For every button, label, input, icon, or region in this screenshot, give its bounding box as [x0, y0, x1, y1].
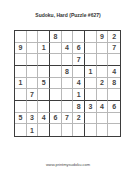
cell-r7c2 [27, 101, 39, 113]
cell-r2c9: 7 [108, 43, 120, 55]
cell-r5c1: 1 [15, 78, 27, 90]
cell-r3c8 [97, 54, 109, 66]
cell-r1c9: 2 [108, 31, 120, 43]
cell-r2c1: 9 [15, 43, 27, 55]
cell-r5c4 [50, 78, 62, 90]
cell-r2c8 [97, 43, 109, 55]
cell-r7c7: 3 [85, 101, 97, 113]
cell-r5c5 [62, 78, 74, 90]
cell-r8c4: 6 [50, 113, 62, 125]
cell-r5c8: 2 [97, 78, 109, 90]
cell-r9c2: 1 [27, 124, 39, 136]
cell-r5c9: 8 [108, 78, 120, 90]
cell-r2c5: 4 [62, 43, 74, 55]
cell-r6c7 [85, 89, 97, 101]
cell-r1c4: 8 [50, 31, 62, 43]
cell-r6c2: 7 [27, 89, 39, 101]
cell-r1c7 [85, 31, 97, 43]
cell-r9c6 [73, 124, 85, 136]
footer-url: www.printmysudoku.com [0, 162, 136, 167]
cell-r2c2 [27, 43, 39, 55]
cell-r5c6: 4 [73, 78, 85, 90]
cell-r6c5 [62, 89, 74, 101]
cell-r8c5: 7 [62, 113, 74, 125]
cell-r3c4 [50, 54, 62, 66]
cell-r4c8 [97, 66, 109, 78]
cell-r1c2 [27, 31, 39, 43]
cell-r1c5 [62, 31, 74, 43]
sudoku-grid: 892914677814154287183465346721 [14, 30, 121, 137]
cell-r9c1 [15, 124, 27, 136]
cell-r4c1 [15, 66, 27, 78]
cell-r8c7 [85, 113, 97, 125]
cell-r4c7: 1 [85, 66, 97, 78]
cell-r8c6: 2 [73, 113, 85, 125]
cell-r8c3: 4 [38, 113, 50, 125]
cell-r8c1: 5 [15, 113, 27, 125]
sudoku-page: Sudoku, Hard (Puzzle #627) 8929146778141… [0, 0, 136, 176]
cell-r6c6: 1 [73, 89, 85, 101]
cell-r9c8 [97, 124, 109, 136]
cell-r6c3 [38, 89, 50, 101]
cell-r7c4 [50, 101, 62, 113]
cell-r1c6 [73, 31, 85, 43]
cell-r1c8: 9 [97, 31, 109, 43]
cell-r4c2 [27, 66, 39, 78]
cell-r9c5 [62, 124, 74, 136]
cell-r7c6: 8 [73, 101, 85, 113]
cell-r3c7 [85, 54, 97, 66]
cell-r8c9 [108, 113, 120, 125]
cell-r6c4 [50, 89, 62, 101]
cell-r9c7 [85, 124, 97, 136]
cell-r9c9 [108, 124, 120, 136]
cell-r3c2 [27, 54, 39, 66]
cell-r6c8 [97, 89, 109, 101]
cell-r3c3 [38, 54, 50, 66]
cell-r3c1 [15, 54, 27, 66]
cell-r7c1 [15, 101, 27, 113]
cell-r9c4 [50, 124, 62, 136]
cell-r4c4 [50, 66, 62, 78]
cell-r7c3 [38, 101, 50, 113]
cell-r5c2 [27, 78, 39, 90]
cell-r2c6: 6 [73, 43, 85, 55]
cell-r3c9 [108, 54, 120, 66]
cell-r9c3 [38, 124, 50, 136]
cell-r6c9 [108, 89, 120, 101]
cell-r4c9: 4 [108, 66, 120, 78]
cell-r1c1 [15, 31, 27, 43]
cell-r8c8 [97, 113, 109, 125]
page-title: Sudoku, Hard (Puzzle #627) [0, 12, 136, 18]
cell-r8c2: 3 [27, 113, 39, 125]
cell-r2c7 [85, 43, 97, 55]
cell-r2c3: 1 [38, 43, 50, 55]
cell-r4c5: 8 [62, 66, 74, 78]
cell-r6c1 [15, 89, 27, 101]
cell-r3c6: 7 [73, 54, 85, 66]
cell-r7c8: 4 [97, 101, 109, 113]
cell-r7c5 [62, 101, 74, 113]
cell-r2c4 [50, 43, 62, 55]
cell-r5c7 [85, 78, 97, 90]
cell-r4c6 [73, 66, 85, 78]
cell-r1c3 [38, 31, 50, 43]
cell-r7c9: 6 [108, 101, 120, 113]
cell-r5c3: 5 [38, 78, 50, 90]
cell-r3c5 [62, 54, 74, 66]
cell-r4c3 [38, 66, 50, 78]
